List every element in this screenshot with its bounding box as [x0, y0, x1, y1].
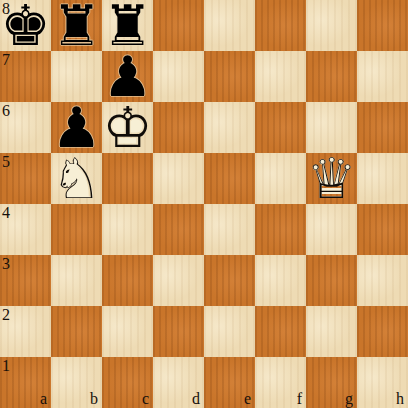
square-h1[interactable]: h: [357, 357, 408, 408]
square-d8[interactable]: [153, 0, 204, 51]
file-label-e: e: [244, 391, 251, 407]
square-h4[interactable]: [357, 204, 408, 255]
square-e7[interactable]: [204, 51, 255, 102]
square-c6[interactable]: ♚♔: [102, 102, 153, 153]
file-label-h: h: [396, 391, 404, 407]
white-king-outline: ♔: [102, 102, 153, 153]
square-b8[interactable]: ♜: [51, 0, 102, 51]
square-a1[interactable]: 1a: [0, 357, 51, 408]
rank-label-4: 4: [2, 205, 10, 221]
square-g4[interactable]: [306, 204, 357, 255]
square-b3[interactable]: [51, 255, 102, 306]
square-d6[interactable]: [153, 102, 204, 153]
square-d3[interactable]: [153, 255, 204, 306]
square-f6[interactable]: [255, 102, 306, 153]
piece-black-rook[interactable]: ♜: [51, 0, 102, 51]
square-c5[interactable]: [102, 153, 153, 204]
square-h6[interactable]: [357, 102, 408, 153]
square-g1[interactable]: g: [306, 357, 357, 408]
black-rook-glyph: ♜: [51, 0, 102, 51]
file-label-d: d: [192, 391, 200, 407]
rank-label-3: 3: [2, 256, 10, 272]
square-a2[interactable]: 2: [0, 306, 51, 357]
file-label-c: c: [142, 391, 149, 407]
piece-white-king[interactable]: ♚♔: [102, 102, 153, 153]
square-h5[interactable]: [357, 153, 408, 204]
square-e5[interactable]: [204, 153, 255, 204]
square-f1[interactable]: f: [255, 357, 306, 408]
square-f5[interactable]: [255, 153, 306, 204]
square-a7[interactable]: 7: [0, 51, 51, 102]
square-d1[interactable]: d: [153, 357, 204, 408]
square-c1[interactable]: c: [102, 357, 153, 408]
square-g2[interactable]: [306, 306, 357, 357]
square-f7[interactable]: [255, 51, 306, 102]
square-a4[interactable]: 4: [0, 204, 51, 255]
square-a6[interactable]: 6: [0, 102, 51, 153]
file-label-a: a: [40, 391, 47, 407]
file-label-f: f: [297, 391, 302, 407]
rank-label-2: 2: [2, 307, 10, 323]
square-a5[interactable]: 5: [0, 153, 51, 204]
square-e3[interactable]: [204, 255, 255, 306]
square-f3[interactable]: [255, 255, 306, 306]
rank-label-1: 1: [2, 358, 10, 374]
square-e8[interactable]: [204, 0, 255, 51]
square-e1[interactable]: e: [204, 357, 255, 408]
square-d2[interactable]: [153, 306, 204, 357]
black-king-glyph: ♚: [0, 0, 51, 51]
square-f8[interactable]: [255, 0, 306, 51]
file-label-b: b: [90, 391, 98, 407]
square-b2[interactable]: [51, 306, 102, 357]
square-e6[interactable]: [204, 102, 255, 153]
square-h8[interactable]: [357, 0, 408, 51]
square-f2[interactable]: [255, 306, 306, 357]
piece-white-knight[interactable]: ♞♘: [51, 153, 102, 204]
square-g5[interactable]: ♛♕: [306, 153, 357, 204]
white-knight-outline: ♘: [51, 153, 102, 204]
piece-black-king[interactable]: ♚: [0, 0, 51, 51]
square-b1[interactable]: b: [51, 357, 102, 408]
chess-board: 8♚♜♜7♟6♟♚♔5♞♘♛♕4321abcdefgh: [0, 0, 408, 408]
square-c2[interactable]: [102, 306, 153, 357]
square-a3[interactable]: 3: [0, 255, 51, 306]
white-queen-outline: ♕: [306, 153, 357, 204]
square-d5[interactable]: [153, 153, 204, 204]
square-e4[interactable]: [204, 204, 255, 255]
square-g8[interactable]: [306, 0, 357, 51]
piece-white-queen[interactable]: ♛♕: [306, 153, 357, 204]
square-h3[interactable]: [357, 255, 408, 306]
square-f4[interactable]: [255, 204, 306, 255]
square-d7[interactable]: [153, 51, 204, 102]
rank-label-6: 6: [2, 103, 10, 119]
square-a8[interactable]: 8♚: [0, 0, 51, 51]
square-h2[interactable]: [357, 306, 408, 357]
square-c3[interactable]: [102, 255, 153, 306]
square-b4[interactable]: [51, 204, 102, 255]
file-label-g: g: [345, 391, 353, 407]
square-h7[interactable]: [357, 51, 408, 102]
square-e2[interactable]: [204, 306, 255, 357]
rank-label-5: 5: [2, 154, 10, 170]
square-g3[interactable]: [306, 255, 357, 306]
square-b5[interactable]: ♞♘: [51, 153, 102, 204]
square-d4[interactable]: [153, 204, 204, 255]
square-g7[interactable]: [306, 51, 357, 102]
square-c4[interactable]: [102, 204, 153, 255]
